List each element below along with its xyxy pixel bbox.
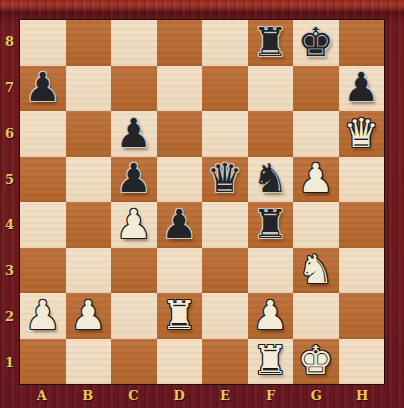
square-h2[interactable] xyxy=(339,293,385,339)
square-d6[interactable] xyxy=(157,111,203,157)
square-a4[interactable] xyxy=(20,202,66,248)
square-e8[interactable] xyxy=(202,20,248,66)
square-f8[interactable]: ♜ xyxy=(248,20,294,66)
square-b1[interactable] xyxy=(66,339,112,385)
black-pawn[interactable]: ♟ xyxy=(343,67,379,107)
square-g8[interactable]: ♚ xyxy=(293,20,339,66)
white-rook[interactable]: ♜ xyxy=(161,295,197,335)
square-d3[interactable] xyxy=(157,248,203,294)
square-e4[interactable] xyxy=(202,202,248,248)
square-a3[interactable] xyxy=(20,248,66,294)
black-rook[interactable]: ♜ xyxy=(252,204,288,244)
square-h3[interactable] xyxy=(339,248,385,294)
square-f6[interactable] xyxy=(248,111,294,157)
black-pawn[interactable]: ♟ xyxy=(161,204,197,244)
square-d4[interactable]: ♟ xyxy=(157,202,203,248)
black-king[interactable]: ♚ xyxy=(298,22,334,62)
white-pawn[interactable]: ♟ xyxy=(25,295,61,335)
square-c6[interactable]: ♟ xyxy=(111,111,157,157)
square-g4[interactable] xyxy=(293,202,339,248)
square-f1[interactable]: ♜ xyxy=(248,339,294,385)
square-g7[interactable] xyxy=(293,66,339,112)
rank-label-3: 3 xyxy=(0,248,19,294)
square-h5[interactable] xyxy=(339,157,385,203)
square-g5[interactable]: ♟ xyxy=(293,157,339,203)
black-queen[interactable]: ♛ xyxy=(207,158,243,198)
chessboard: ♜♚♟♟♟♛♟♛♞♟♟♟♜♞♟♟♜♟♜♚ xyxy=(19,19,385,385)
square-f7[interactable] xyxy=(248,66,294,112)
white-pawn[interactable]: ♟ xyxy=(298,158,334,198)
square-h4[interactable] xyxy=(339,202,385,248)
file-label-e: E xyxy=(202,385,248,408)
square-a7[interactable]: ♟ xyxy=(20,66,66,112)
chessboard-frame: 87654321 ♜♚♟♟♟♛♟♛♞♟♟♟♜♞♟♟♜♟♜♚ ABCDEFGH xyxy=(0,0,404,408)
square-a8[interactable] xyxy=(20,20,66,66)
file-label-g: G xyxy=(294,385,340,408)
square-b7[interactable] xyxy=(66,66,112,112)
square-c5[interactable]: ♟ xyxy=(111,157,157,203)
white-pawn[interactable]: ♟ xyxy=(252,295,288,335)
square-g6[interactable] xyxy=(293,111,339,157)
square-e3[interactable] xyxy=(202,248,248,294)
square-h1[interactable] xyxy=(339,339,385,385)
rank-label-6: 6 xyxy=(0,111,19,157)
square-f4[interactable]: ♜ xyxy=(248,202,294,248)
square-b6[interactable] xyxy=(66,111,112,157)
square-d8[interactable] xyxy=(157,20,203,66)
square-b3[interactable] xyxy=(66,248,112,294)
rank-labels: 87654321 xyxy=(0,19,19,385)
square-c2[interactable] xyxy=(111,293,157,339)
rank-label-8: 8 xyxy=(0,19,19,65)
white-knight[interactable]: ♞ xyxy=(298,249,334,289)
square-c3[interactable] xyxy=(111,248,157,294)
square-a1[interactable] xyxy=(20,339,66,385)
square-e1[interactable] xyxy=(202,339,248,385)
file-label-f: F xyxy=(248,385,294,408)
rank-label-1: 1 xyxy=(0,339,19,385)
square-a5[interactable] xyxy=(20,157,66,203)
file-labels: ABCDEFGH xyxy=(19,385,385,408)
white-rook[interactable]: ♜ xyxy=(252,340,288,380)
square-b5[interactable] xyxy=(66,157,112,203)
square-e2[interactable] xyxy=(202,293,248,339)
white-pawn[interactable]: ♟ xyxy=(70,295,106,335)
square-c1[interactable] xyxy=(111,339,157,385)
square-e7[interactable] xyxy=(202,66,248,112)
rank-label-2: 2 xyxy=(0,294,19,340)
square-f3[interactable] xyxy=(248,248,294,294)
black-rook[interactable]: ♜ xyxy=(252,22,288,62)
square-b8[interactable] xyxy=(66,20,112,66)
square-h6[interactable]: ♛ xyxy=(339,111,385,157)
file-label-c: C xyxy=(111,385,157,408)
square-d5[interactable] xyxy=(157,157,203,203)
rank-label-5: 5 xyxy=(0,156,19,202)
square-c7[interactable] xyxy=(111,66,157,112)
square-h8[interactable] xyxy=(339,20,385,66)
rank-label-4: 4 xyxy=(0,202,19,248)
file-label-b: B xyxy=(65,385,111,408)
file-label-a: A xyxy=(19,385,65,408)
square-d1[interactable] xyxy=(157,339,203,385)
white-king[interactable]: ♚ xyxy=(298,340,334,380)
file-label-h: H xyxy=(339,385,385,408)
square-e6[interactable] xyxy=(202,111,248,157)
square-b4[interactable] xyxy=(66,202,112,248)
white-pawn[interactable]: ♟ xyxy=(116,204,152,244)
black-pawn[interactable]: ♟ xyxy=(116,158,152,198)
square-g3[interactable]: ♞ xyxy=(293,248,339,294)
square-f2[interactable]: ♟ xyxy=(248,293,294,339)
square-c8[interactable] xyxy=(111,20,157,66)
black-pawn[interactable]: ♟ xyxy=(116,113,152,153)
square-d7[interactable] xyxy=(157,66,203,112)
square-f5[interactable]: ♞ xyxy=(248,157,294,203)
square-b2[interactable]: ♟ xyxy=(66,293,112,339)
rank-label-7: 7 xyxy=(0,65,19,111)
square-a2[interactable]: ♟ xyxy=(20,293,66,339)
square-a6[interactable] xyxy=(20,111,66,157)
square-d2[interactable]: ♜ xyxy=(157,293,203,339)
square-g1[interactable]: ♚ xyxy=(293,339,339,385)
black-knight[interactable]: ♞ xyxy=(252,158,288,198)
file-label-d: D xyxy=(156,385,202,408)
square-c4[interactable]: ♟ xyxy=(111,202,157,248)
square-g2[interactable] xyxy=(293,293,339,339)
black-pawn[interactable]: ♟ xyxy=(25,67,61,107)
square-e5[interactable]: ♛ xyxy=(202,157,248,203)
white-queen[interactable]: ♛ xyxy=(343,113,379,153)
square-h7[interactable]: ♟ xyxy=(339,66,385,112)
